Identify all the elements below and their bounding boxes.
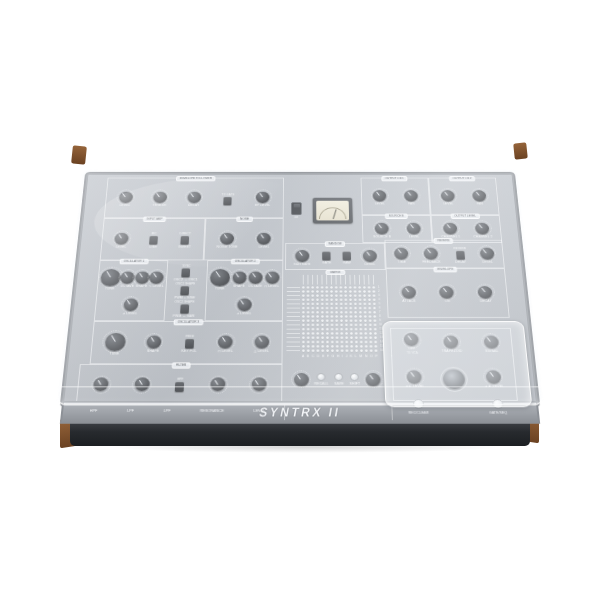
cover-joystick-dome bbox=[382, 321, 532, 407]
synth-top-panel-3d: ENVELOPE FOLLOWERLEVELTHRESHDECAYTO GATE… bbox=[62, 175, 538, 422]
product-photo-canvas: { "product": { "title": "SYNTRX II synth… bbox=[0, 0, 600, 600]
wood-side-panel-top-left bbox=[71, 145, 87, 164]
control-panel: ENVELOPE FOLLOWERLEVELTHRESHDECAYTO GATE… bbox=[64, 175, 536, 404]
brand-logo: SYNTRX II bbox=[258, 404, 342, 419]
strip-label-lpf: LPF bbox=[163, 409, 170, 413]
filter-scale-labels: HPFLPFLPFRESONANCELEVEL bbox=[75, 409, 280, 413]
rec-clear-label: REC/CLEAR bbox=[393, 411, 445, 415]
wood-side-panel-top-right bbox=[513, 142, 528, 159]
strip-label-lpf: LPF bbox=[127, 409, 134, 413]
strip-label-hpf: HPF bbox=[90, 409, 98, 413]
gate-seq-label: GATE/SEQ bbox=[472, 411, 524, 415]
cover-reflection bbox=[89, 177, 341, 266]
strip-label-resonance: RESONANCE bbox=[200, 409, 224, 413]
